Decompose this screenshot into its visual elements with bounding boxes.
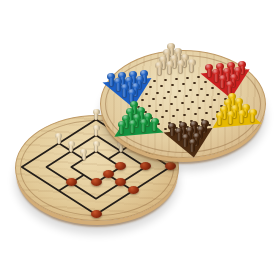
board-hole[interactable] xyxy=(175,78,178,80)
board-hole[interactable] xyxy=(206,94,209,96)
peg-green[interactable] xyxy=(130,120,135,133)
peg-yellow[interactable] xyxy=(217,112,222,125)
board-hole[interactable] xyxy=(148,105,151,107)
board-hole[interactable] xyxy=(167,91,170,93)
peg-green[interactable] xyxy=(141,119,146,132)
peg-brown[interactable] xyxy=(183,134,188,147)
board-hole[interactable] xyxy=(178,90,181,92)
board-hole[interactable] xyxy=(187,108,190,110)
board-hole[interactable] xyxy=(186,77,189,79)
chinese-checkers-board xyxy=(0,0,280,280)
peg-yellow[interactable] xyxy=(250,109,255,122)
board-hole[interactable] xyxy=(197,76,200,78)
product-photo-canvas xyxy=(0,0,280,280)
peg-blue[interactable] xyxy=(116,78,121,91)
peg-blue[interactable] xyxy=(109,73,114,86)
board-hole[interactable] xyxy=(170,103,173,105)
peg-blue[interactable] xyxy=(122,84,127,97)
peg-brown[interactable] xyxy=(190,139,195,152)
peg-green[interactable] xyxy=(152,118,157,131)
board-hole[interactable] xyxy=(156,92,159,94)
board-hole[interactable] xyxy=(189,89,192,91)
board-hole[interactable] xyxy=(159,104,162,106)
board-hole[interactable] xyxy=(145,93,148,95)
peg-yellow[interactable] xyxy=(228,111,233,124)
peg-yellow[interactable] xyxy=(239,110,244,123)
peg-green[interactable] xyxy=(119,121,124,134)
board-hole[interactable] xyxy=(212,118,215,120)
peg-brown[interactable] xyxy=(170,123,175,136)
board-hole[interactable] xyxy=(198,107,201,109)
board-hole[interactable] xyxy=(217,93,220,95)
board-hole[interactable] xyxy=(211,87,214,89)
star-corner-triangles xyxy=(0,0,280,280)
peg-red[interactable] xyxy=(220,75,225,88)
board-hole[interactable] xyxy=(209,106,212,108)
board-hole[interactable] xyxy=(200,88,203,90)
peg-natural[interactable] xyxy=(189,59,194,72)
board-hole[interactable] xyxy=(181,102,184,104)
peg-red[interactable] xyxy=(227,81,232,94)
peg-red[interactable] xyxy=(214,69,219,82)
board-hole[interactable] xyxy=(176,109,179,111)
peg-brown[interactable] xyxy=(177,128,182,141)
peg-natural[interactable] xyxy=(157,62,162,75)
peg-natural[interactable] xyxy=(178,60,183,73)
peg-red[interactable] xyxy=(207,64,212,77)
peg-natural[interactable] xyxy=(167,61,172,74)
peg-blue[interactable] xyxy=(129,89,134,102)
